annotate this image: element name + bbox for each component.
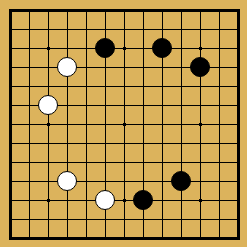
white-stone[interactable]	[38, 95, 58, 115]
black-stone[interactable]	[133, 190, 153, 210]
black-stone[interactable]	[190, 57, 210, 77]
star-point	[47, 47, 50, 50]
black-stone[interactable]	[152, 38, 172, 58]
go-board[interactable]	[0, 0, 247, 247]
black-stone[interactable]	[171, 171, 191, 191]
white-stone[interactable]	[57, 57, 77, 77]
grid-line-horizontal-9	[9, 181, 240, 182]
grid-line-vertical-9	[181, 9, 182, 240]
grid-line-horizontal-11	[9, 219, 240, 220]
black-stone[interactable]	[95, 38, 115, 58]
star-point	[123, 199, 126, 202]
star-point	[123, 123, 126, 126]
star-point	[47, 123, 50, 126]
grid-line-horizontal-12	[9, 237, 240, 240]
grid-line-vertical-12	[237, 9, 240, 240]
grid-line-horizontal-8	[9, 162, 240, 163]
star-point	[123, 47, 126, 50]
star-point	[199, 123, 202, 126]
white-stone[interactable]	[57, 171, 77, 191]
grid-line-horizontal-7	[9, 143, 240, 144]
go-diagram-page	[0, 0, 247, 247]
star-point	[47, 199, 50, 202]
white-stone[interactable]	[95, 190, 115, 210]
star-point	[199, 47, 202, 50]
star-point	[199, 199, 202, 202]
grid-line-vertical-11	[219, 9, 220, 240]
